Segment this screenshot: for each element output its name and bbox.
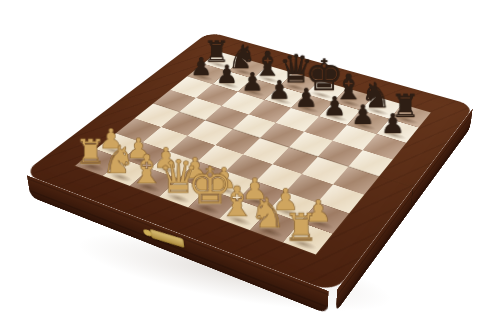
black-pawn: ♟ — [347, 101, 379, 128]
chess-set-photo: ♜♞♝♛♚♝♞♜♟♟♟♟♟♟♟♟♟♟♟♟♟♟♟♟♜♞♝♛♚♝♞♜ — [0, 0, 500, 320]
fold-seam-right-edge — [410, 188, 413, 211]
black-pawn: ♟ — [376, 110, 408, 137]
white-knight: ♞ — [249, 193, 286, 234]
white-rook: ♜ — [282, 208, 320, 246]
square-h7: ♟ — [376, 119, 419, 143]
black-pawn: ♟ — [318, 93, 350, 119]
black-pawn: ♟ — [291, 85, 322, 111]
